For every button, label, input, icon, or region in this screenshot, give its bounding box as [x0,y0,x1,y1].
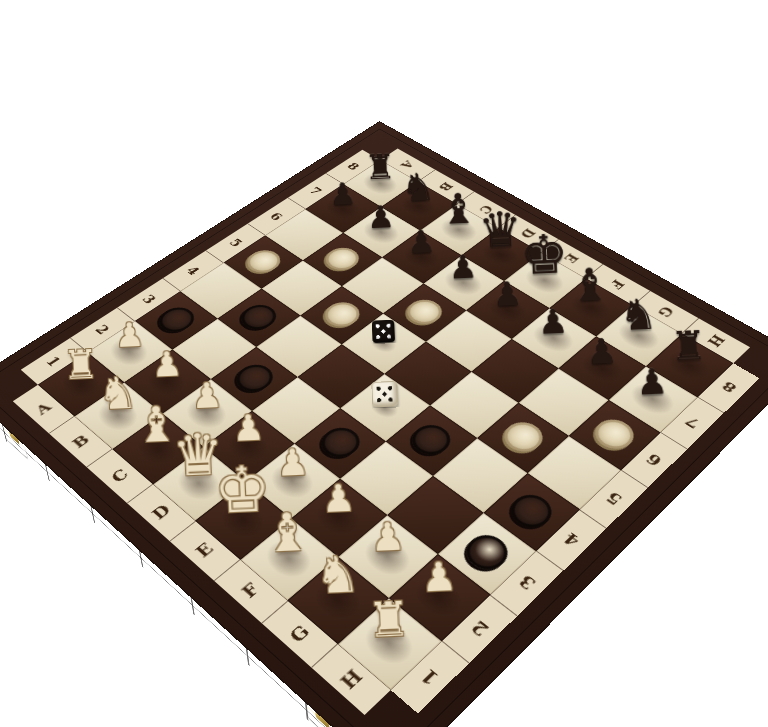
black-pawn-a7[interactable]: ♟ [329,179,357,208]
product-photo-chess-set: ABCDEFGH ABCDEFGH 87654321 87654321 ♜♞♝♛… [0,0,768,727]
board-frame: ABCDEFGH ABCDEFGH 87654321 87654321 ♜♞♝♛… [0,121,768,727]
pieces-layer: ♜♞♝♛♚♝♞♜♟♟♟♟♟♟♟♟♟♟♟♟♟♟♟♟♜♞♝♛♚♝♞♜ [38,159,733,689]
light-checker-d6[interactable] [400,295,449,329]
black-pawn-h7[interactable]: ♟ [636,364,669,399]
white-pawn-b2[interactable]: ♟ [151,347,183,381]
white-rook-h1[interactable]: ♜ [366,595,411,643]
black-knight-g8[interactable]: ♞ [619,294,658,336]
white-bishop-f1[interactable]: ♝ [264,507,313,559]
brass-latch-icon [307,706,339,727]
white-pawn-e2[interactable]: ♟ [275,444,309,480]
white-pawn-h2[interactable]: ♟ [420,557,457,596]
white-knight-g1[interactable]: ♞ [314,550,361,600]
black-pawn-c7[interactable]: ♟ [407,226,436,257]
white-pawn-c2[interactable]: ♟ [190,378,223,412]
black-bishop-f8[interactable]: ♝ [569,264,610,307]
black-rook-a8[interactable]: ♜ [364,149,396,183]
white-die-e4[interactable] [371,380,398,407]
black-pawn-b7[interactable]: ♟ [367,202,395,232]
white-pawn-g2[interactable]: ♟ [369,517,405,555]
black-pawn-f7[interactable]: ♟ [538,305,569,338]
light-checker-a5[interactable] [240,246,286,277]
black-pawn-g7[interactable]: ♟ [586,334,618,368]
dark-checker-h3[interactable] [458,528,516,576]
chess-board-3d: ABCDEFGH ABCDEFGH 87654321 87654321 ♜♞♝♛… [0,121,768,727]
white-knight-b1[interactable]: ♞ [97,372,138,415]
white-rook-a1[interactable]: ♜ [62,344,99,383]
white-pawn-f2[interactable]: ♟ [321,480,356,517]
light-checker-b6[interactable] [319,243,365,274]
brass-latch-icon [4,428,28,458]
black-rook-h8[interactable]: ♜ [670,325,708,365]
black-knight-b8[interactable]: ♞ [401,169,436,206]
white-pawn-d2[interactable]: ♟ [232,410,265,445]
black-bishop-c8[interactable]: ♝ [439,189,478,230]
white-pawn-a2[interactable]: ♟ [114,318,145,351]
dark-checker-a3[interactable] [152,302,200,336]
black-pawn-e7[interactable]: ♟ [492,277,522,309]
black-die-d5[interactable] [372,319,395,342]
black-pawn-d7[interactable]: ♟ [448,251,478,282]
